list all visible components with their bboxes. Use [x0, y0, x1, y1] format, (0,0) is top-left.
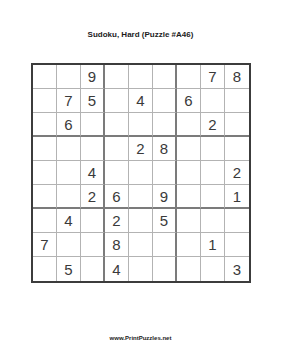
sudoku-cell[interactable]: [57, 161, 81, 185]
sudoku-cell[interactable]: 1: [225, 185, 249, 209]
sudoku-cell[interactable]: [33, 185, 57, 209]
sudoku-cell[interactable]: 9: [81, 65, 105, 89]
sudoku-cell[interactable]: [105, 137, 129, 161]
sudoku-cell[interactable]: [57, 137, 81, 161]
sudoku-board: 97875466228422691425781543: [31, 63, 251, 283]
sudoku-cell[interactable]: 8: [225, 65, 249, 89]
sudoku-cell[interactable]: [129, 185, 153, 209]
sudoku-cell[interactable]: [153, 113, 177, 137]
puzzle-title: Sudoku, Hard (Puzzle #A46): [0, 30, 281, 39]
sudoku-cell[interactable]: 4: [81, 161, 105, 185]
sudoku-cell[interactable]: [57, 65, 81, 89]
sudoku-cell[interactable]: 2: [201, 113, 225, 137]
sudoku-cell[interactable]: [177, 113, 201, 137]
sudoku-cell[interactable]: [129, 161, 153, 185]
sudoku-cell[interactable]: [225, 89, 249, 113]
sudoku-cell[interactable]: [153, 161, 177, 185]
sudoku-cell[interactable]: 5: [81, 89, 105, 113]
sudoku-cell[interactable]: [81, 137, 105, 161]
sudoku-cell[interactable]: [57, 233, 81, 257]
sudoku-cell[interactable]: 2: [105, 209, 129, 233]
sudoku-cell[interactable]: [177, 185, 201, 209]
sudoku-cell[interactable]: [81, 113, 105, 137]
sudoku-cell[interactable]: [153, 89, 177, 113]
sudoku-cell[interactable]: [225, 137, 249, 161]
sudoku-cell[interactable]: 2: [225, 161, 249, 185]
sudoku-cell[interactable]: 7: [201, 65, 225, 89]
sudoku-cell[interactable]: [81, 209, 105, 233]
sudoku-cell[interactable]: [33, 257, 57, 281]
sudoku-cell[interactable]: [33, 65, 57, 89]
sudoku-cell[interactable]: [201, 161, 225, 185]
sudoku-cell[interactable]: [105, 161, 129, 185]
sudoku-cell[interactable]: [177, 137, 201, 161]
sudoku-cell[interactable]: [105, 65, 129, 89]
sudoku-cell[interactable]: [225, 209, 249, 233]
sudoku-cell[interactable]: [177, 65, 201, 89]
sudoku-cell[interactable]: [129, 257, 153, 281]
sudoku-cell[interactable]: [105, 113, 129, 137]
sudoku-cell[interactable]: 6: [57, 113, 81, 137]
sudoku-cell[interactable]: [201, 209, 225, 233]
sudoku-cell[interactable]: 9: [153, 185, 177, 209]
sudoku-cell[interactable]: [129, 233, 153, 257]
sudoku-cell[interactable]: 7: [33, 233, 57, 257]
sudoku-cell[interactable]: [57, 185, 81, 209]
sudoku-cell[interactable]: 4: [105, 257, 129, 281]
sudoku-cell[interactable]: 2: [129, 137, 153, 161]
sudoku-cell[interactable]: 6: [105, 185, 129, 209]
sudoku-cell[interactable]: [153, 233, 177, 257]
sudoku-cell[interactable]: [129, 209, 153, 233]
sudoku-cell[interactable]: 3: [225, 257, 249, 281]
sudoku-cell[interactable]: 1: [201, 233, 225, 257]
sudoku-cell[interactable]: [177, 161, 201, 185]
sudoku-cell[interactable]: [201, 185, 225, 209]
sudoku-cell[interactable]: 5: [153, 209, 177, 233]
sudoku-cell[interactable]: [177, 233, 201, 257]
sudoku-cell[interactable]: [33, 137, 57, 161]
footer-url: www.PrintPuzzles.net: [0, 335, 281, 342]
sudoku-cell[interactable]: [201, 89, 225, 113]
sudoku-cell[interactable]: [33, 161, 57, 185]
sudoku-cell[interactable]: [105, 89, 129, 113]
sudoku-cell[interactable]: 7: [57, 89, 81, 113]
sudoku-cell[interactable]: [33, 113, 57, 137]
sudoku-cell[interactable]: [129, 113, 153, 137]
sudoku-cell[interactable]: [33, 209, 57, 233]
puzzle-page: Sudoku, Hard (Puzzle #A46) 9787546622842…: [0, 0, 281, 363]
sudoku-cell[interactable]: [201, 137, 225, 161]
sudoku-cell[interactable]: [201, 257, 225, 281]
sudoku-cell[interactable]: [225, 113, 249, 137]
sudoku-cell[interactable]: 6: [177, 89, 201, 113]
sudoku-cell[interactable]: [129, 65, 153, 89]
sudoku-cell[interactable]: 2: [81, 185, 105, 209]
sudoku-cell[interactable]: 4: [57, 209, 81, 233]
sudoku-cell[interactable]: [81, 257, 105, 281]
sudoku-cell[interactable]: [153, 65, 177, 89]
sudoku-cell[interactable]: 5: [57, 257, 81, 281]
sudoku-cell[interactable]: 8: [105, 233, 129, 257]
sudoku-cell[interactable]: 4: [129, 89, 153, 113]
sudoku-cell[interactable]: [153, 257, 177, 281]
sudoku-cell[interactable]: [225, 233, 249, 257]
sudoku-cell[interactable]: [177, 209, 201, 233]
sudoku-cell[interactable]: [81, 233, 105, 257]
sudoku-cell[interactable]: [33, 89, 57, 113]
sudoku-cell[interactable]: 8: [153, 137, 177, 161]
sudoku-cell[interactable]: [177, 257, 201, 281]
